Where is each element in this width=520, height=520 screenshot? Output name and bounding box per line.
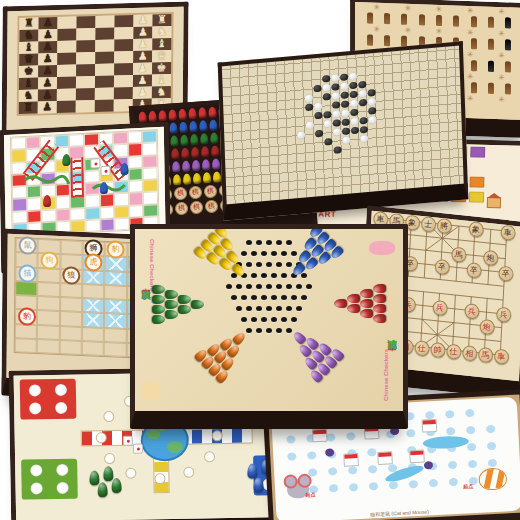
storage-pawn [182, 160, 191, 172]
storage-xiangqi-disc: 棋 [175, 202, 189, 216]
army-peg [453, 15, 459, 26]
chess-square [76, 76, 95, 89]
peg-row [152, 278, 165, 330]
peg-row [373, 278, 386, 330]
jungle-cell [82, 327, 104, 342]
chess-square [95, 76, 114, 89]
black-stone [368, 107, 376, 115]
chess-square [76, 52, 95, 65]
bonus-card [312, 429, 328, 443]
star-mark-icon: ✳ [498, 52, 505, 59]
checker-peg [178, 305, 191, 314]
title-cn-left: 中国跳棋 [139, 281, 152, 285]
storage-pawn [203, 172, 212, 184]
chinese-checkers-board-box: Chinese Checkers Chinese Checkers 中国跳棋中国… [130, 224, 408, 429]
chess-square [114, 27, 133, 40]
board-hole [236, 306, 242, 311]
jungle-cell [60, 283, 82, 298]
jungle-cell [104, 342, 126, 357]
path-dot [487, 442, 496, 450]
storage-pawn [213, 171, 222, 183]
chess-square [76, 16, 95, 29]
board-hole [276, 328, 282, 333]
chess-square [57, 101, 76, 114]
home-circle [55, 384, 67, 396]
black-stone [351, 127, 359, 135]
board-hole [276, 240, 282, 245]
white-stone [340, 82, 348, 90]
black-stone [331, 83, 339, 91]
player-pawn [62, 154, 70, 166]
chess-square [95, 88, 114, 101]
chess-square [95, 15, 114, 28]
star-mark-icon: ✳ [436, 28, 443, 35]
animal-disc-鼠: 鼠 [19, 236, 37, 255]
home-circle [30, 464, 42, 476]
board-hole [256, 328, 262, 333]
board-hole [266, 262, 272, 267]
board-hole [246, 328, 252, 333]
army-peg [471, 38, 477, 49]
xiangqi-piece-士: 士 [420, 216, 436, 233]
black-stone [342, 118, 350, 126]
army-peg [419, 14, 425, 25]
peg-row [165, 278, 178, 330]
home-circle [56, 464, 68, 476]
cat-icon [478, 467, 507, 490]
chess-square [95, 100, 114, 113]
board-hole [241, 295, 247, 300]
title-char: 国 [387, 357, 397, 358]
board-hole [276, 284, 282, 289]
star-mark-icon: ✳ [467, 29, 474, 36]
board-hole [286, 306, 292, 311]
chess-piece-p: ♟ [38, 101, 57, 113]
storage-pawn [200, 133, 209, 145]
board-hole [276, 262, 282, 267]
path-dot [367, 448, 376, 456]
chess-square [76, 88, 95, 101]
start-point-label: 起点 [305, 491, 315, 498]
army-peg [505, 61, 511, 72]
chess-square [76, 28, 95, 41]
path-dot [389, 481, 398, 489]
army-peg [505, 17, 511, 28]
black-stone [322, 75, 330, 83]
army-peg [401, 14, 407, 25]
white-stone [333, 128, 341, 136]
storage-pawn [209, 119, 218, 131]
jungle-cell [82, 269, 104, 284]
storage-pawn [148, 111, 157, 123]
board-hole [281, 317, 287, 322]
board-hole [251, 295, 257, 300]
storage-pawn [138, 111, 147, 123]
army-peg [471, 16, 477, 27]
chess-square [76, 64, 95, 77]
product-photo: { "game": "multi-game wooden board set (… [0, 0, 520, 520]
storage-pawn [158, 110, 167, 122]
board-hole [236, 284, 242, 289]
title-cn-right: 中国跳棋 [386, 355, 399, 359]
dice-icon [100, 166, 110, 177]
army-peg [488, 17, 494, 28]
storage-xiangqi-disc: 棋 [190, 201, 204, 215]
board-hole [291, 295, 297, 300]
chess-piece-b: ♝ [152, 38, 171, 50]
chess-square [57, 40, 76, 53]
checker-peg [360, 310, 373, 319]
army-peg [436, 15, 442, 26]
storage-pawn [208, 106, 217, 118]
chess-square: ♜ [19, 102, 38, 115]
jungle-cell [37, 296, 59, 311]
checker-peg [191, 300, 204, 309]
checker-peg [347, 295, 360, 304]
storage-pawn [211, 145, 220, 157]
path-dot [466, 426, 475, 434]
storage-pawn [199, 120, 208, 132]
white-stone [349, 73, 357, 81]
board-hole [261, 273, 267, 278]
checker-peg [373, 315, 386, 324]
jungle-cell [38, 268, 60, 283]
jungle-cell [105, 270, 127, 285]
black-stone [324, 138, 332, 146]
jungle-cell [59, 340, 81, 355]
chess-piece-k: ♚ [19, 65, 38, 77]
storage-pawn [202, 159, 211, 171]
board-hole [296, 284, 302, 289]
path-dot [468, 460, 477, 468]
path-dot [348, 466, 357, 474]
storage-pawn [198, 107, 207, 119]
white-stone [368, 98, 376, 106]
path-dot [429, 479, 438, 487]
peg-row [347, 278, 360, 330]
title-char: 棋 [387, 355, 397, 356]
jungle-cell [15, 338, 37, 353]
white-stone [341, 109, 349, 117]
dice-icon [90, 158, 100, 169]
chess-piece-p: ♟ [38, 89, 57, 101]
checker-peg [373, 285, 386, 294]
ludo-pawn [111, 478, 121, 493]
path-dot [465, 409, 474, 417]
army-peg [367, 12, 373, 23]
dice-pip [126, 439, 129, 442]
chess-piece-n: ♞ [19, 89, 38, 101]
ludo-pawn [103, 466, 113, 481]
board-hole [271, 273, 277, 278]
storage-pawn [173, 174, 182, 186]
home-corner [20, 379, 77, 420]
snakes-icon [4, 127, 156, 239]
jungle-cell [15, 324, 37, 339]
chess-square [114, 87, 133, 100]
chess-square [76, 40, 95, 53]
chess-square [95, 39, 114, 52]
path-dot [368, 465, 377, 473]
peg-row [191, 278, 204, 330]
home-circle [56, 482, 68, 494]
jungle-cell [104, 299, 126, 314]
board-hole [266, 284, 272, 289]
home-circle [29, 384, 41, 396]
checker-peg [165, 290, 178, 299]
black-stone [350, 109, 358, 117]
go-board [218, 41, 469, 221]
jungle-cell [59, 326, 81, 341]
checker-peg [373, 305, 386, 314]
chess-square [114, 51, 133, 64]
jungle-cell [60, 240, 82, 255]
track-circle [125, 468, 136, 479]
peg-row [334, 278, 347, 330]
white-stone [342, 136, 350, 144]
board-hole [256, 240, 262, 245]
white-stone [332, 110, 340, 118]
black-stone [323, 111, 331, 119]
white-stone [332, 92, 340, 100]
ludo-pawn [253, 477, 263, 492]
chess-piece-b: ♝ [19, 41, 38, 53]
board-hole [266, 306, 272, 311]
jungle-cell [82, 312, 104, 327]
storage-pawn [189, 121, 198, 133]
army-peg [488, 39, 494, 50]
xiangqi-piece-將: 將 [436, 217, 452, 234]
jungle-cell [15, 281, 37, 296]
ludo-pawn [98, 482, 108, 497]
jungle-cell [104, 327, 126, 342]
board-hole [251, 317, 257, 322]
chess-square [57, 89, 76, 102]
storage-pawn [188, 108, 197, 120]
checker-peg [178, 295, 191, 304]
player-pawn [120, 163, 128, 175]
peg-cluster-e [340, 278, 386, 330]
pond [423, 435, 470, 449]
track-circle [104, 453, 115, 464]
black-stone [341, 91, 349, 99]
storage-pawn [169, 122, 178, 134]
chinese-checkers-board: Chinese Checkers Chinese Checkers 中国跳棋中国… [135, 229, 403, 411]
path-dot [307, 451, 316, 459]
black-stone [313, 85, 321, 93]
chess-square [76, 100, 95, 113]
black-stone [334, 146, 342, 154]
chess-piece-n: ♞ [152, 26, 171, 38]
jungle-cell [82, 341, 104, 356]
black-stone [323, 93, 331, 101]
home-circle [55, 402, 67, 414]
cat-stripe [496, 467, 506, 489]
cartoon-doodle-icon [141, 381, 161, 401]
jungle-cell [37, 310, 59, 325]
chess-piece-p: ♟ [133, 38, 152, 50]
jungle-cell [82, 284, 104, 299]
path-dot [286, 435, 295, 443]
board-hole [301, 295, 307, 300]
chess-square [57, 76, 76, 89]
white-stone [350, 100, 358, 108]
white-stone [297, 131, 305, 139]
title-char: 跳 [387, 356, 397, 357]
white-stone [359, 90, 367, 98]
chess-piece-p: ♟ [38, 65, 57, 77]
jungle-cell [104, 285, 126, 300]
jungle-cell [60, 297, 82, 312]
cat-stripe [484, 467, 494, 489]
checker-peg [152, 295, 165, 304]
ludo-pawn [89, 470, 99, 485]
star-mark-icon: ✳ [498, 8, 505, 15]
black-stone [305, 104, 313, 112]
chess-piece-p: ♟ [38, 17, 57, 29]
storage-pawn [192, 160, 201, 172]
path-dot [346, 432, 355, 440]
bonus-card [343, 453, 359, 467]
board-hole [261, 317, 267, 322]
board-hole [271, 295, 277, 300]
storage-xiangqi-disc: 棋 [174, 187, 188, 201]
chess-piece-b: ♝ [19, 77, 38, 89]
home-circle [29, 402, 41, 414]
black-stone [350, 91, 358, 99]
dice-pip [94, 162, 97, 165]
peg-row [360, 278, 373, 330]
dice-icon [133, 444, 143, 454]
path-dot [448, 461, 457, 469]
black-stone [341, 100, 349, 108]
chess-square [57, 28, 76, 41]
chess-piece-p: ♟ [38, 53, 57, 65]
path-dot [326, 433, 335, 441]
jungle-cell [37, 339, 59, 354]
chess-piece-n: ♞ [19, 29, 38, 41]
chess-piece-r: ♜ [19, 17, 38, 29]
black-stone [360, 117, 368, 125]
black-stone [315, 130, 323, 138]
army-peg [505, 83, 511, 94]
checker-peg [360, 290, 373, 299]
storage-pawn [171, 148, 180, 160]
board-hole [231, 295, 237, 300]
chess-square [57, 52, 76, 65]
white-stone [305, 94, 313, 102]
chess-square [57, 16, 76, 29]
player-pawn [43, 195, 51, 207]
storage-pawn [179, 121, 188, 133]
star-mark-icon: ✳ [498, 74, 505, 81]
board-hole [296, 306, 302, 311]
jungle-cell [60, 311, 82, 326]
white-stone [368, 116, 376, 124]
board-hole [286, 284, 292, 289]
dice-icon [123, 436, 133, 446]
peg-row [178, 278, 191, 330]
chess-square [114, 63, 133, 76]
jungle-cell [104, 313, 126, 328]
black-stone [358, 81, 366, 89]
chess-square [114, 15, 133, 28]
checker-peg [347, 305, 360, 314]
storage-pawn [193, 173, 202, 185]
chess-piece-p: ♟ [38, 29, 57, 41]
black-stone [349, 82, 357, 90]
board-hole [256, 262, 262, 267]
path-dot [488, 459, 497, 467]
path-dot [329, 484, 338, 492]
board-caption: 猫和老鼠 (Cat and Mouse) [276, 504, 520, 520]
board-hole [286, 328, 292, 333]
chess-square [95, 27, 114, 40]
peg-cluster-w [152, 278, 198, 330]
path-dot [486, 425, 495, 433]
storage-pawn [191, 147, 200, 159]
board-hole [271, 317, 277, 322]
star-mark-icon: ✳ [467, 7, 474, 14]
path-dot [409, 480, 418, 488]
board-hole [251, 273, 257, 278]
jungle-cell [82, 298, 104, 313]
star-mark-icon: ✳ [498, 30, 505, 37]
army-peg [384, 35, 390, 46]
storage-pawn [172, 161, 181, 173]
star-mark-icon: ✳ [373, 4, 380, 11]
checker-peg [152, 315, 165, 324]
storage-pawn [201, 146, 210, 158]
storage-pawn [212, 158, 221, 170]
board-hole [261, 295, 267, 300]
army-peg [488, 61, 494, 72]
checker-peg [360, 300, 373, 309]
storage-pawn [170, 135, 179, 147]
army-peg [384, 13, 390, 24]
white-stone [351, 118, 359, 126]
army-peg [505, 39, 511, 50]
checker-peg [165, 300, 178, 309]
chess-square [57, 64, 76, 77]
storage-xiangqi-disc: 棋 [204, 185, 218, 199]
black-stone [342, 127, 350, 135]
board-hole [281, 295, 287, 300]
board-hole [256, 284, 262, 289]
storage-pawn [180, 134, 189, 146]
star-mark-icon: ✳ [404, 5, 411, 12]
army-peg [367, 34, 373, 45]
path-dot [446, 427, 455, 435]
track-circle [103, 411, 114, 422]
home-corner [21, 459, 78, 500]
path-dot [349, 483, 358, 491]
storage-pawn [178, 108, 187, 120]
checker-peg [152, 285, 165, 294]
dice-pip [136, 447, 139, 450]
board-hole [246, 284, 252, 289]
chess-square [95, 63, 114, 76]
checker-peg [334, 300, 347, 309]
star-mark-icon: ✳ [436, 6, 443, 13]
jungle-cell [38, 282, 60, 297]
xiangqi-piece-象: 象 [468, 221, 484, 238]
path-dot [287, 452, 296, 460]
chess-square [95, 51, 114, 64]
black-stone [332, 101, 340, 109]
chess-piece-q: ♛ [19, 53, 38, 65]
star-mark-icon: ✳ [498, 96, 505, 103]
